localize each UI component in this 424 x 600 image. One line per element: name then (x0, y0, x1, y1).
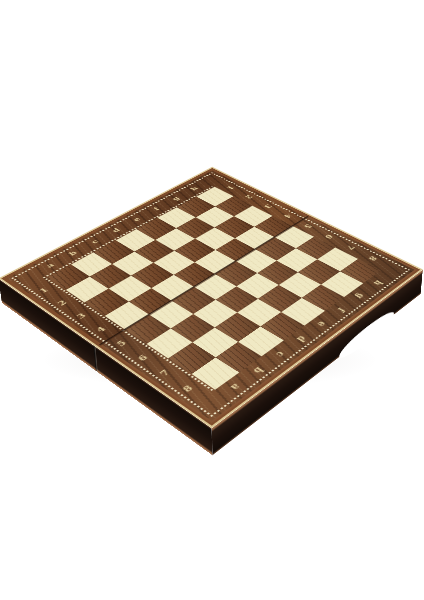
piece-light-rook: ♜ (198, 319, 233, 376)
piece-dark-pawn: ♟ (74, 248, 100, 291)
piece-dark-pawn: ♟ (163, 201, 187, 241)
square-d4 (173, 262, 215, 287)
fold-gap (93, 345, 97, 372)
board-surface: abcdefgh abcdefgh 12345678 12345678 ♜♞♝♛… (0, 167, 423, 428)
rank-label-4: 4 (80, 316, 122, 343)
square-b4 (128, 288, 171, 315)
piece-dark-pawn: ♟ (120, 224, 145, 265)
chess-board: abcdefgh abcdefgh 12345678 12345678 ♜♞♝♛… (0, 167, 423, 428)
scene: abcdefgh abcdefgh 12345678 12345678 ♜♞♝♛… (0, 0, 424, 574)
square-a8: ♜ (191, 357, 239, 389)
piece-dark-pawn: ♟ (97, 236, 123, 278)
product-photo-stage: abcdefgh abcdefgh 12345678 12345678 ♜♞♝♛… (0, 0, 424, 600)
piece-dark-pawn: ♟ (142, 212, 167, 253)
